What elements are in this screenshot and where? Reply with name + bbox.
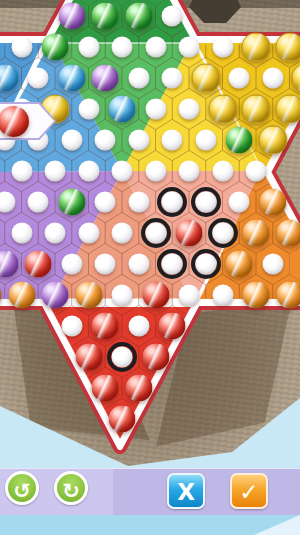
yellow-marble (275, 33, 300, 62)
red-marble (25, 251, 52, 278)
move-highlight-ring (191, 249, 221, 279)
empty-hole (145, 161, 166, 182)
green-marble (92, 3, 119, 30)
empty-hole (212, 161, 233, 182)
yellow-marble (275, 95, 300, 124)
empty-hole (162, 130, 183, 151)
empty-hole (78, 99, 99, 120)
empty-hole (128, 316, 149, 337)
move-highlight-ring (208, 218, 238, 248)
orange-marble (75, 282, 102, 309)
purple-marble (42, 282, 69, 309)
empty-hole (61, 316, 82, 337)
empty-hole (45, 161, 66, 182)
orange-marble (243, 282, 270, 309)
undo-icon: ↺ (13, 479, 31, 503)
red-marble (159, 313, 186, 340)
move-highlight-ring (191, 187, 221, 217)
yellow-marble (258, 126, 287, 155)
yellow-marble (208, 95, 237, 124)
empty-hole (78, 37, 99, 58)
yellow-marble (292, 64, 300, 93)
empty-hole (128, 68, 149, 89)
red-marble (75, 344, 102, 371)
empty-hole (112, 161, 133, 182)
empty-hole (212, 37, 233, 58)
empty-hole (78, 161, 99, 182)
purple-marble (0, 251, 18, 278)
move-highlight-ring (157, 187, 187, 217)
empty-hole (11, 37, 32, 58)
move-highlight-ring (157, 249, 187, 279)
red-marble (176, 220, 203, 247)
move-highlight-ring (107, 342, 137, 372)
game-screen: ↺ ↻ X ✓ (0, 0, 300, 535)
bottom-toolbar: ↺ ↻ X ✓ (0, 468, 300, 516)
redo-icon: ↻ (62, 479, 80, 503)
orange-marble (276, 282, 300, 309)
empty-hole (162, 6, 183, 27)
confirm-move-button[interactable]: ✓ (230, 473, 268, 509)
empty-hole (246, 161, 267, 182)
empty-hole (179, 37, 200, 58)
green-marble (226, 127, 253, 154)
empty-hole (179, 99, 200, 120)
empty-hole (28, 68, 49, 89)
empty-hole (28, 192, 49, 213)
empty-hole (95, 130, 116, 151)
cancel-x-icon: X (177, 479, 195, 505)
empty-hole (11, 223, 32, 244)
red-marble (109, 406, 136, 433)
move-highlight-ring (141, 218, 171, 248)
red-marble (142, 344, 169, 371)
empty-hole (162, 68, 183, 89)
purple-marble (92, 65, 119, 92)
orange-marble (243, 220, 270, 247)
empty-hole (95, 254, 116, 275)
yellow-marble (191, 64, 220, 93)
empty-hole (229, 68, 250, 89)
blue-marble (58, 65, 85, 92)
empty-hole (128, 254, 149, 275)
empty-hole (145, 99, 166, 120)
red-marble (92, 313, 119, 340)
bottom-strip-fold (254, 515, 300, 535)
blue-marble (0, 65, 18, 92)
orange-marble (8, 282, 35, 309)
empty-hole (61, 130, 82, 151)
empty-hole (112, 285, 133, 306)
undo-button[interactable]: ↺ (5, 471, 39, 505)
empty-hole (179, 285, 200, 306)
empty-hole (112, 223, 133, 244)
orange-marble (226, 251, 253, 278)
green-marble (58, 189, 85, 216)
orange-marble (259, 189, 286, 216)
empty-hole (212, 285, 233, 306)
redo-button[interactable]: ↻ (54, 471, 88, 505)
empty-hole (78, 223, 99, 244)
orange-marble (276, 220, 300, 247)
empty-hole (195, 130, 216, 151)
green-marble (125, 3, 152, 30)
cancel-move-button[interactable]: X (167, 473, 205, 509)
confirm-check-icon: ✓ (239, 479, 258, 505)
empty-hole (61, 254, 82, 275)
empty-hole (179, 161, 200, 182)
orange-marble (0, 282, 2, 309)
empty-hole (145, 37, 166, 58)
empty-hole (45, 223, 66, 244)
empty-hole (128, 130, 149, 151)
red-marble (125, 375, 152, 402)
empty-hole (112, 37, 133, 58)
red-marble (92, 375, 119, 402)
empty-hole (0, 192, 15, 213)
empty-hole (128, 192, 149, 213)
empty-hole (262, 254, 283, 275)
yellow-marble (242, 95, 271, 124)
empty-hole (95, 192, 116, 213)
green-marble (42, 34, 69, 61)
purple-marble (58, 3, 85, 30)
empty-hole (11, 161, 32, 182)
yellow-marble (242, 33, 271, 62)
bottom-strip (0, 515, 300, 535)
board-cells (0, 0, 300, 535)
blue-marble (109, 96, 136, 123)
empty-hole (229, 192, 250, 213)
red-marble (142, 282, 169, 309)
empty-hole (262, 68, 283, 89)
